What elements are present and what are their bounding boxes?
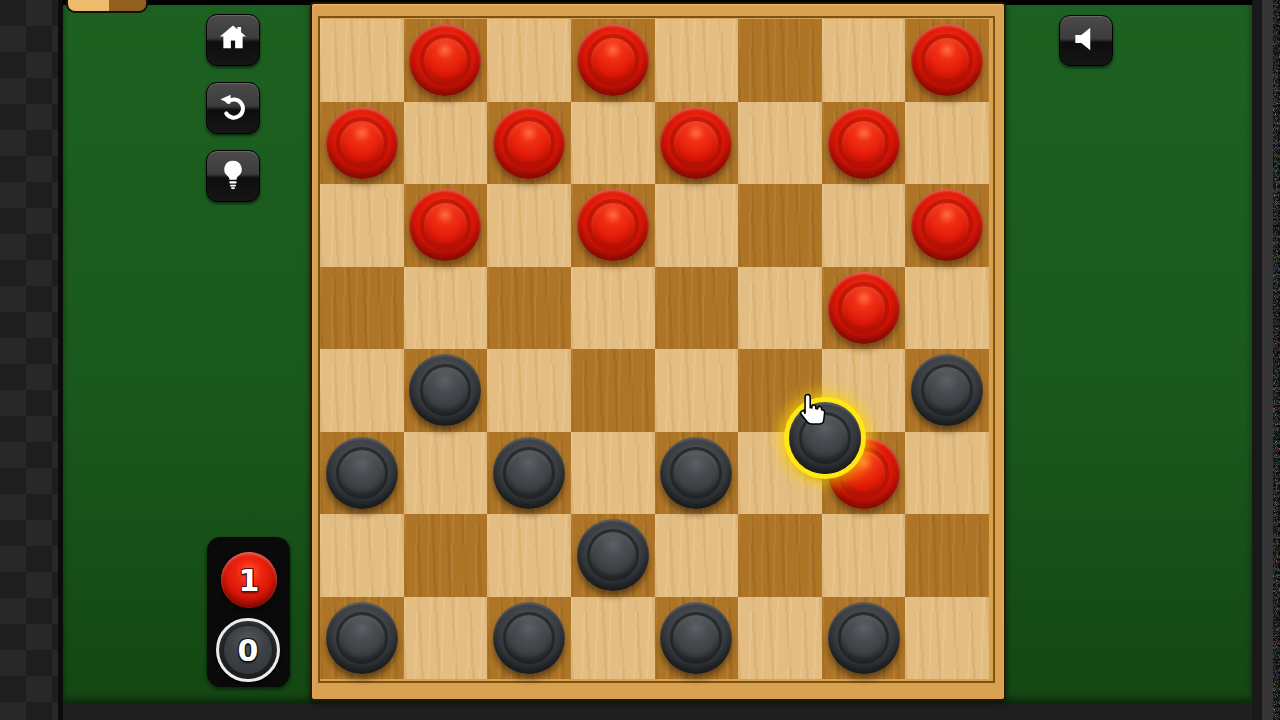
red-piece-r3c6[interactable] bbox=[828, 272, 900, 344]
bottom-bar bbox=[63, 703, 1252, 720]
right-edge-strip bbox=[1252, 0, 1262, 720]
right-edge-strip-light bbox=[1262, 0, 1273, 720]
hint-button[interactable] bbox=[206, 150, 260, 202]
black-piece-r7c6[interactable] bbox=[828, 602, 900, 674]
red-piece-r0c3[interactable] bbox=[577, 24, 649, 96]
red-piece-r0c1[interactable] bbox=[409, 24, 481, 96]
sound-button[interactable] bbox=[1059, 15, 1113, 66]
black-piece-r7c0[interactable] bbox=[326, 602, 398, 674]
left-checkered-sidebar bbox=[0, 0, 63, 720]
speaker-icon bbox=[1069, 22, 1103, 60]
red-piece-r1c6[interactable] bbox=[828, 107, 900, 179]
black-piece-r5c2[interactable] bbox=[493, 437, 565, 509]
red-piece-r1c0[interactable] bbox=[326, 107, 398, 179]
checkers-board bbox=[310, 2, 1006, 701]
red-piece-r0c7[interactable] bbox=[911, 24, 983, 96]
black-piece-r7c2[interactable] bbox=[493, 602, 565, 674]
red-piece-r2c3[interactable] bbox=[577, 189, 649, 261]
black-piece-r7c4[interactable] bbox=[660, 602, 732, 674]
black-piece-r4c1[interactable] bbox=[409, 354, 481, 426]
red-piece-r1c4[interactable] bbox=[660, 107, 732, 179]
hint-bulb-icon bbox=[216, 157, 250, 195]
undo-button[interactable] bbox=[206, 82, 260, 134]
red-score-badge: 1 bbox=[221, 552, 277, 608]
red-score-value: 1 bbox=[239, 563, 260, 598]
black-piece-r5c4[interactable] bbox=[660, 437, 732, 509]
black-piece-r4c7[interactable] bbox=[911, 354, 983, 426]
home-icon bbox=[216, 21, 250, 59]
video-noise-strip bbox=[1273, 0, 1280, 720]
red-piece-r2c1[interactable] bbox=[409, 189, 481, 261]
red-piece-r1c2[interactable] bbox=[493, 107, 565, 179]
game-screen: 1 0 bbox=[0, 0, 1280, 720]
pieces-layer bbox=[320, 19, 989, 679]
selected-black-piece[interactable] bbox=[789, 402, 861, 474]
home-button[interactable] bbox=[206, 14, 260, 66]
score-panel: 1 0 bbox=[207, 537, 290, 687]
wooden-tab bbox=[66, 0, 148, 13]
red-piece-r2c7[interactable] bbox=[911, 189, 983, 261]
black-piece-r5c0[interactable] bbox=[326, 437, 398, 509]
black-score-value: 0 bbox=[238, 633, 259, 668]
black-piece-r6c3[interactable] bbox=[577, 519, 649, 591]
undo-icon bbox=[216, 89, 250, 127]
black-score-badge: 0 bbox=[216, 618, 280, 682]
